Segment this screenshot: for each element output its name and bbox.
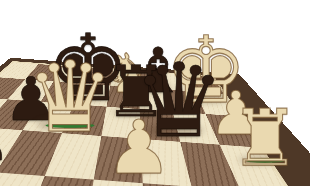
pieces-layer: ♟♟♛♚♞♜♝♛♚♟♟♜ [0, 0, 310, 186]
piece-white-rook[interactable]: ♜ [230, 99, 300, 177]
piece-black-pawn[interactable]: ♟ [0, 108, 11, 170]
piece-white-pawn[interactable]: ♟ [106, 110, 172, 184]
piece-white-queen[interactable]: ♛ [26, 48, 114, 146]
chess-product-photo: ♟♟♛♚♞♜♝♛♚♟♟♜ [0, 0, 310, 186]
